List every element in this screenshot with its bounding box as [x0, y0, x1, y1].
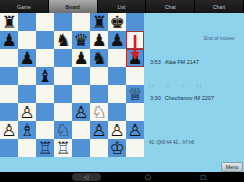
white-p-piece: ♙: [127, 121, 142, 139]
white-r-piece: ♖: [55, 139, 70, 157]
last-moves-text: 42. Qh5-h4 42... h7-h6: [149, 140, 194, 145]
white-r-piece: ♖: [37, 139, 52, 157]
square-a3[interactable]: [0, 103, 18, 121]
square-b4[interactable]: [18, 85, 36, 103]
black-p-piece: ♟: [127, 49, 142, 67]
white-p-piece: ♙: [109, 121, 124, 139]
square-d3[interactable]: [54, 103, 72, 121]
next-move-button[interactable]: >: [181, 83, 185, 89]
square-a6[interactable]: [0, 49, 18, 67]
square-h4[interactable]: ♕: [126, 85, 144, 103]
square-g2[interactable]: ♙: [108, 121, 126, 139]
chess-board[interactable]: ♜♜♚♟♞♛♟♟♟♟♞♟♝♕♙♙♘♙♗♘♙♙♙♖♖♔: [0, 13, 144, 157]
square-g1[interactable]: ♔: [108, 139, 126, 157]
prev-move-button[interactable]: <: [166, 83, 170, 89]
android-back-icon[interactable]: ◁: [80, 172, 92, 182]
square-b7[interactable]: [18, 31, 36, 49]
black-q-piece: ♛: [73, 31, 88, 49]
square-c6[interactable]: [36, 49, 54, 67]
square-f4[interactable]: [90, 85, 108, 103]
tab-chat[interactable]: Chat: [146, 0, 195, 13]
black-n-piece: ♞: [55, 31, 70, 49]
square-f2[interactable]: ♙: [90, 121, 108, 139]
white-p-piece: ♙: [73, 103, 88, 121]
last-move-button[interactable]: >|: [196, 83, 203, 89]
black-p-piece: ♟: [91, 31, 106, 49]
square-a4[interactable]: [0, 85, 18, 103]
black-clock: 3:53: [150, 59, 161, 65]
square-g3[interactable]: [108, 103, 126, 121]
square-b1[interactable]: [18, 139, 36, 157]
white-q-piece: ♕: [127, 85, 142, 103]
black-p-piece: ♟: [109, 31, 124, 49]
square-b2[interactable]: ♗: [18, 121, 36, 139]
black-k-piece: ♚: [109, 13, 124, 31]
square-b8[interactable]: [18, 13, 36, 31]
square-g6[interactable]: [108, 49, 126, 67]
square-e3[interactable]: ♙: [72, 103, 90, 121]
square-b5[interactable]: [18, 67, 36, 85]
square-g5[interactable]: [108, 67, 126, 85]
square-b3[interactable]: ♙: [18, 103, 36, 121]
first-move-button[interactable]: |<: [149, 83, 156, 89]
square-c8[interactable]: [36, 13, 54, 31]
square-f6[interactable]: ♞: [90, 49, 108, 67]
square-g8[interactable]: ♚: [108, 13, 126, 31]
square-f8[interactable]: ♜: [90, 13, 108, 31]
square-c2[interactable]: [36, 121, 54, 139]
square-a8[interactable]: ♜: [0, 13, 18, 31]
square-g4[interactable]: [108, 85, 126, 103]
square-a2[interactable]: ♙: [0, 121, 18, 139]
black-r-piece: ♜: [1, 13, 16, 31]
square-e5[interactable]: [72, 67, 90, 85]
black-b-piece: ♝: [37, 67, 52, 85]
player-black-row: 3:53Alaa FM 2147: [150, 59, 199, 65]
black-p-piece: ♟: [1, 31, 16, 49]
menu-button[interactable]: Menu: [221, 162, 243, 172]
square-e8[interactable]: [72, 13, 90, 31]
black-r-piece: ♜: [91, 13, 106, 31]
square-d6[interactable]: [54, 49, 72, 67]
square-h7[interactable]: [126, 31, 144, 49]
black-player-name: Alaa FM 2147: [165, 59, 199, 65]
android-nav-bar: ◁ ○ □: [0, 172, 244, 182]
android-recents-icon[interactable]: □: [197, 172, 209, 182]
tab-list[interactable]: List: [98, 0, 147, 13]
square-c1[interactable]: ♖: [36, 139, 54, 157]
square-h5[interactable]: [126, 67, 144, 85]
square-d4[interactable]: [54, 85, 72, 103]
square-d8[interactable]: [54, 13, 72, 31]
tab-bar: Game Board List Chat Chart: [0, 0, 244, 13]
black-p-piece: ♟: [19, 49, 34, 67]
square-e1[interactable]: [72, 139, 90, 157]
white-n-piece: ♘: [91, 103, 106, 121]
square-h6[interactable]: ♟: [126, 49, 144, 67]
white-k-piece: ♔: [109, 139, 124, 157]
square-c7[interactable]: [36, 31, 54, 49]
tab-chart[interactable]: Chart: [195, 0, 244, 13]
white-n-piece: ♘: [55, 121, 70, 139]
square-e7[interactable]: ♛: [72, 31, 90, 49]
move-nav-row: |< < > >|: [149, 83, 210, 89]
black-n-piece: ♞: [91, 49, 106, 67]
square-h8[interactable]: [126, 13, 144, 31]
tab-board[interactable]: Board: [49, 0, 98, 13]
square-a1[interactable]: [0, 139, 18, 157]
square-e2[interactable]: [72, 121, 90, 139]
moves-status-label: End of moves: [204, 35, 235, 41]
white-b-piece: ♗: [19, 121, 34, 139]
white-p-piece: ♙: [1, 121, 16, 139]
player-white-row: 3:30Chechanov IM 2207: [150, 95, 214, 101]
square-d7[interactable]: ♞: [54, 31, 72, 49]
square-e4[interactable]: [72, 85, 90, 103]
square-f1[interactable]: [90, 139, 108, 157]
square-c5[interactable]: ♝: [36, 67, 54, 85]
square-h1[interactable]: [126, 139, 144, 157]
square-f5[interactable]: [90, 67, 108, 85]
square-a5[interactable]: [0, 67, 18, 85]
square-f3[interactable]: ♘: [90, 103, 108, 121]
square-c4[interactable]: [36, 85, 54, 103]
square-g7[interactable]: ♟: [108, 31, 126, 49]
white-clock: 3:30: [150, 95, 161, 101]
white-p-piece: ♙: [19, 103, 34, 121]
square-h2[interactable]: ♙: [126, 121, 144, 139]
square-e6[interactable]: ♟: [72, 49, 90, 67]
white-player-name: Chechanov IM 2207: [165, 95, 214, 101]
square-b6[interactable]: ♟: [18, 49, 36, 67]
white-p-piece: ♙: [91, 121, 106, 139]
square-c3[interactable]: [36, 103, 54, 121]
square-d1[interactable]: ♖: [54, 139, 72, 157]
square-f7[interactable]: ♟: [90, 31, 108, 49]
square-d2[interactable]: ♘: [54, 121, 72, 139]
tab-game[interactable]: Game: [0, 0, 49, 13]
square-h3[interactable]: [126, 103, 144, 121]
square-a7[interactable]: ♟: [0, 31, 18, 49]
black-p-piece: ♟: [73, 49, 88, 67]
square-d5[interactable]: [54, 67, 72, 85]
android-home-icon[interactable]: ○: [142, 172, 154, 182]
